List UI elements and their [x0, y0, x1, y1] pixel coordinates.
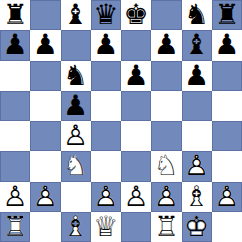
- black-rook: ♜: [0, 0, 30, 30]
- square-h7[interactable]: ♟: [212, 30, 242, 60]
- square-f5[interactable]: [151, 91, 181, 121]
- white-pawn-outline: ♙: [91, 182, 121, 212]
- square-b8[interactable]: [30, 0, 60, 30]
- square-d6[interactable]: [91, 61, 121, 91]
- square-d3[interactable]: [91, 151, 121, 181]
- square-g8[interactable]: ♞: [182, 0, 212, 30]
- white-king-outline: ♔: [182, 212, 212, 242]
- white-king: ♚: [182, 212, 212, 242]
- square-e2[interactable]: ♟♙: [121, 182, 151, 212]
- white-rook: ♜: [0, 212, 30, 242]
- square-b1[interactable]: [30, 212, 60, 242]
- white-pawn: ♟: [212, 182, 242, 212]
- square-g3[interactable]: ♟♙: [182, 151, 212, 181]
- square-h5[interactable]: [212, 91, 242, 121]
- white-pawn: ♟: [121, 182, 151, 212]
- black-pawn: ♟: [30, 30, 60, 60]
- square-g7[interactable]: ♝: [182, 30, 212, 60]
- square-f6[interactable]: [151, 61, 181, 91]
- black-bishop: ♝: [182, 30, 212, 60]
- square-b2[interactable]: ♟♙: [30, 182, 60, 212]
- square-a3[interactable]: [0, 151, 30, 181]
- square-g5[interactable]: [182, 91, 212, 121]
- square-e7[interactable]: [121, 30, 151, 60]
- square-f4[interactable]: [151, 121, 181, 151]
- white-rook-outline: ♖: [0, 212, 30, 242]
- square-h6[interactable]: [212, 61, 242, 91]
- black-pawn: ♟: [0, 30, 30, 60]
- white-pawn-outline: ♙: [182, 151, 212, 181]
- white-pawn: ♟: [61, 121, 91, 151]
- black-knight: ♞: [182, 0, 212, 30]
- square-g2[interactable]: ♝♗: [182, 182, 212, 212]
- black-pawn: ♟: [121, 61, 151, 91]
- black-king: ♚: [121, 0, 151, 30]
- black-bishop: ♝: [61, 0, 91, 30]
- white-pawn-outline: ♙: [151, 182, 181, 212]
- square-c3[interactable]: ♞♘: [61, 151, 91, 181]
- black-rook: ♜: [212, 0, 242, 30]
- white-rook: ♜: [151, 212, 181, 242]
- square-f7[interactable]: ♟: [151, 30, 181, 60]
- square-c7[interactable]: [61, 30, 91, 60]
- black-pawn: ♟: [182, 61, 212, 91]
- square-c8[interactable]: ♝: [61, 0, 91, 30]
- white-knight: ♞: [151, 151, 181, 181]
- white-pawn-outline: ♙: [61, 121, 91, 151]
- square-e1[interactable]: [121, 212, 151, 242]
- square-b4[interactable]: [30, 121, 60, 151]
- square-c2[interactable]: [61, 182, 91, 212]
- black-pawn: ♟: [61, 91, 91, 121]
- square-g1[interactable]: ♚♔: [182, 212, 212, 242]
- black-knight: ♞: [61, 61, 91, 91]
- square-g6[interactable]: ♟: [182, 61, 212, 91]
- white-pawn-outline: ♙: [212, 182, 242, 212]
- square-a8[interactable]: ♜: [0, 0, 30, 30]
- square-b5[interactable]: [30, 91, 60, 121]
- white-knight-outline: ♘: [151, 151, 181, 181]
- square-f3[interactable]: ♞♘: [151, 151, 181, 181]
- square-a4[interactable]: [0, 121, 30, 151]
- white-queen: ♛: [91, 212, 121, 242]
- white-pawn-outline: ♙: [0, 182, 30, 212]
- white-queen-outline: ♕: [91, 212, 121, 242]
- white-pawn: ♟: [0, 182, 30, 212]
- black-pawn: ♟: [212, 30, 242, 60]
- square-b7[interactable]: ♟: [30, 30, 60, 60]
- square-a5[interactable]: [0, 91, 30, 121]
- square-d1[interactable]: ♛♕: [91, 212, 121, 242]
- square-d7[interactable]: ♟: [91, 30, 121, 60]
- square-b6[interactable]: [30, 61, 60, 91]
- square-h2[interactable]: ♟♙: [212, 182, 242, 212]
- white-pawn-outline: ♙: [121, 182, 151, 212]
- white-knight: ♞: [61, 151, 91, 181]
- square-b3[interactable]: [30, 151, 60, 181]
- square-d2[interactable]: ♟♙: [91, 182, 121, 212]
- square-c6[interactable]: ♞: [61, 61, 91, 91]
- square-e4[interactable]: [121, 121, 151, 151]
- white-bishop: ♝: [61, 212, 91, 242]
- square-d5[interactable]: [91, 91, 121, 121]
- square-f2[interactable]: ♟♙: [151, 182, 181, 212]
- black-pawn: ♟: [151, 30, 181, 60]
- chess-board: ♜♝♛♚♞♜♟♟♟♟♝♟♞♟♟♟♟♙♞♘♞♘♟♙♟♙♟♙♟♙♟♙♟♙♝♗♟♙♜♖…: [0, 0, 242, 242]
- white-bishop: ♝: [182, 182, 212, 212]
- square-c5[interactable]: ♟: [61, 91, 91, 121]
- square-f1[interactable]: ♜♖: [151, 212, 181, 242]
- white-knight-outline: ♘: [61, 151, 91, 181]
- square-d8[interactable]: ♛: [91, 0, 121, 30]
- square-e3[interactable]: [121, 151, 151, 181]
- square-e5[interactable]: [121, 91, 151, 121]
- square-a7[interactable]: ♟: [0, 30, 30, 60]
- square-g4[interactable]: [182, 121, 212, 151]
- square-h8[interactable]: ♜: [212, 0, 242, 30]
- square-a6[interactable]: [0, 61, 30, 91]
- white-pawn: ♟: [91, 182, 121, 212]
- square-d4[interactable]: [91, 121, 121, 151]
- square-e6[interactable]: ♟: [121, 61, 151, 91]
- square-f8[interactable]: [151, 0, 181, 30]
- white-bishop-outline: ♗: [61, 212, 91, 242]
- black-pawn: ♟: [91, 30, 121, 60]
- black-queen: ♛: [91, 0, 121, 30]
- white-pawn-outline: ♙: [30, 182, 60, 212]
- square-c1[interactable]: ♝♗: [61, 212, 91, 242]
- square-h4[interactable]: [212, 121, 242, 151]
- white-pawn: ♟: [182, 151, 212, 181]
- square-e8[interactable]: ♚: [121, 0, 151, 30]
- white-bishop-outline: ♗: [182, 182, 212, 212]
- square-h3[interactable]: [212, 151, 242, 181]
- white-pawn: ♟: [151, 182, 181, 212]
- white-rook-outline: ♖: [151, 212, 181, 242]
- square-a1[interactable]: ♜♖: [0, 212, 30, 242]
- square-a2[interactable]: ♟♙: [0, 182, 30, 212]
- square-h1[interactable]: [212, 212, 242, 242]
- white-pawn: ♟: [30, 182, 60, 212]
- square-c4[interactable]: ♟♙: [61, 121, 91, 151]
